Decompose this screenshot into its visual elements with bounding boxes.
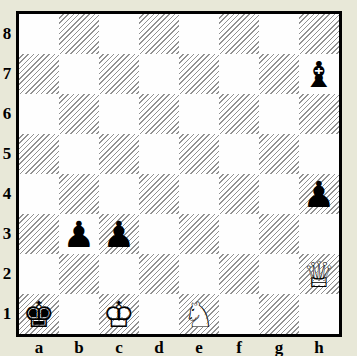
square-b4[interactable] bbox=[59, 174, 99, 214]
rank-label-7: 7 bbox=[0, 54, 14, 94]
square-c4[interactable] bbox=[99, 174, 139, 214]
rank-label-3: 3 bbox=[0, 214, 14, 254]
rank-label-2: 2 bbox=[0, 254, 14, 294]
rank-label-1: 1 bbox=[0, 294, 14, 334]
piece-black-king[interactable]: ♚ bbox=[19, 294, 59, 334]
square-c8[interactable] bbox=[99, 14, 139, 54]
square-f5[interactable] bbox=[219, 134, 259, 174]
piece-black-pawn[interactable]: ♟ bbox=[299, 174, 339, 214]
square-d3[interactable] bbox=[139, 214, 179, 254]
square-h3[interactable] bbox=[299, 214, 339, 254]
piece-white-king[interactable]: ♚♔ bbox=[99, 294, 139, 334]
square-d4[interactable] bbox=[139, 174, 179, 214]
square-h8[interactable] bbox=[299, 14, 339, 54]
square-d2[interactable] bbox=[139, 254, 179, 294]
square-f2[interactable] bbox=[219, 254, 259, 294]
file-label-f: f bbox=[219, 339, 259, 356]
square-g1[interactable] bbox=[259, 294, 299, 334]
square-d8[interactable] bbox=[139, 14, 179, 54]
square-g6[interactable] bbox=[259, 94, 299, 134]
square-e8[interactable] bbox=[179, 14, 219, 54]
piece-white-knight[interactable]: ♞♘ bbox=[179, 294, 219, 334]
rank-label-6: 6 bbox=[0, 94, 14, 134]
square-a7[interactable] bbox=[19, 54, 59, 94]
square-h6[interactable] bbox=[299, 94, 339, 134]
square-a4[interactable] bbox=[19, 174, 59, 214]
square-a6[interactable] bbox=[19, 94, 59, 134]
piece-white-queen[interactable]: ♛♕ bbox=[299, 254, 339, 294]
square-a5[interactable] bbox=[19, 134, 59, 174]
square-f6[interactable] bbox=[219, 94, 259, 134]
white-king-glyph: ♔ bbox=[99, 294, 139, 334]
square-c2[interactable] bbox=[99, 254, 139, 294]
square-b8[interactable] bbox=[59, 14, 99, 54]
square-c5[interactable] bbox=[99, 134, 139, 174]
file-label-b: b bbox=[59, 339, 99, 356]
square-c1[interactable]: ♚♔ bbox=[99, 294, 139, 334]
file-label-d: d bbox=[139, 339, 179, 356]
square-f1[interactable] bbox=[219, 294, 259, 334]
square-b5[interactable] bbox=[59, 134, 99, 174]
piece-black-bishop[interactable]: ♝ bbox=[299, 54, 339, 94]
rank-label-4: 4 bbox=[0, 174, 14, 214]
square-d6[interactable] bbox=[139, 94, 179, 134]
rank-label-8: 8 bbox=[0, 14, 14, 54]
square-e4[interactable] bbox=[179, 174, 219, 214]
square-d5[interactable] bbox=[139, 134, 179, 174]
square-g7[interactable] bbox=[259, 54, 299, 94]
square-f3[interactable] bbox=[219, 214, 259, 254]
white-queen-glyph: ♕ bbox=[299, 254, 339, 294]
rank-label-5: 5 bbox=[0, 134, 14, 174]
square-g2[interactable] bbox=[259, 254, 299, 294]
square-g3[interactable] bbox=[259, 214, 299, 254]
square-f7[interactable] bbox=[219, 54, 259, 94]
chess-diagram: 87654321 ♝♟♟♟♛♕♚♚♔♞♘ abcdefgh bbox=[0, 0, 357, 356]
file-label-g: g bbox=[259, 339, 299, 356]
square-b1[interactable] bbox=[59, 294, 99, 334]
square-c7[interactable] bbox=[99, 54, 139, 94]
square-c3[interactable]: ♟ bbox=[99, 214, 139, 254]
square-e7[interactable] bbox=[179, 54, 219, 94]
square-b6[interactable] bbox=[59, 94, 99, 134]
square-f8[interactable] bbox=[219, 14, 259, 54]
square-f4[interactable] bbox=[219, 174, 259, 214]
square-a8[interactable] bbox=[19, 14, 59, 54]
square-g5[interactable] bbox=[259, 134, 299, 174]
file-label-a: a bbox=[19, 339, 59, 356]
square-e2[interactable] bbox=[179, 254, 219, 294]
square-a2[interactable] bbox=[19, 254, 59, 294]
file-label-c: c bbox=[99, 339, 139, 356]
white-knight-glyph: ♘ bbox=[179, 294, 219, 334]
piece-black-pawn[interactable]: ♟ bbox=[59, 214, 99, 254]
square-h4[interactable]: ♟ bbox=[299, 174, 339, 214]
square-d7[interactable] bbox=[139, 54, 179, 94]
square-e1[interactable]: ♞♘ bbox=[179, 294, 219, 334]
square-b2[interactable] bbox=[59, 254, 99, 294]
square-e6[interactable] bbox=[179, 94, 219, 134]
square-c6[interactable] bbox=[99, 94, 139, 134]
piece-black-pawn[interactable]: ♟ bbox=[99, 214, 139, 254]
square-h2[interactable]: ♛♕ bbox=[299, 254, 339, 294]
square-e3[interactable] bbox=[179, 214, 219, 254]
chess-board: ♝♟♟♟♛♕♚♚♔♞♘ bbox=[16, 11, 342, 337]
square-h1[interactable] bbox=[299, 294, 339, 334]
square-e5[interactable] bbox=[179, 134, 219, 174]
square-h5[interactable] bbox=[299, 134, 339, 174]
file-label-e: e bbox=[179, 339, 219, 356]
square-b7[interactable] bbox=[59, 54, 99, 94]
square-a1[interactable]: ♚ bbox=[19, 294, 59, 334]
square-h7[interactable]: ♝ bbox=[299, 54, 339, 94]
square-g8[interactable] bbox=[259, 14, 299, 54]
square-g4[interactable] bbox=[259, 174, 299, 214]
square-d1[interactable] bbox=[139, 294, 179, 334]
square-a3[interactable] bbox=[19, 214, 59, 254]
square-b3[interactable]: ♟ bbox=[59, 214, 99, 254]
file-label-h: h bbox=[299, 339, 339, 356]
